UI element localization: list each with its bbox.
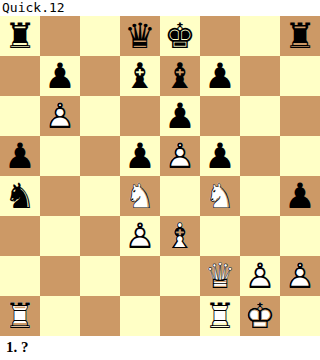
piece-white-knight: ♞♘ (120, 176, 160, 216)
square-f1[interactable]: ♜♖ (200, 296, 240, 336)
square-a3[interactable] (0, 216, 40, 256)
square-b8[interactable] (40, 16, 80, 56)
square-c1[interactable] (80, 296, 120, 336)
chess-board: ♜♛♚♜♟♝♝♟♟♙♟♟♟♟♙♟♞♞♘♞♘♟♟♙♝♗♛♕♟♙♟♙♜♖♜♖♚♔ (0, 16, 320, 336)
piece-white-bishop: ♝♗ (160, 216, 200, 256)
square-a5[interactable]: ♟ (0, 136, 40, 176)
square-e4[interactable] (160, 176, 200, 216)
square-f6[interactable] (200, 96, 240, 136)
square-a8[interactable]: ♜ (0, 16, 40, 56)
square-c5[interactable] (80, 136, 120, 176)
piece-white-pawn: ♟♙ (160, 136, 200, 176)
piece-white-pawn: ♟♙ (40, 96, 80, 136)
square-c7[interactable] (80, 56, 120, 96)
square-f8[interactable] (200, 16, 240, 56)
piece-black-pawn: ♟ (200, 136, 240, 176)
square-g3[interactable] (240, 216, 280, 256)
square-g2[interactable]: ♟♙ (240, 256, 280, 296)
square-e7[interactable]: ♝ (160, 56, 200, 96)
square-g8[interactable] (240, 16, 280, 56)
piece-black-pawn: ♟ (280, 176, 320, 216)
square-d7[interactable]: ♝ (120, 56, 160, 96)
square-h8[interactable]: ♜ (280, 16, 320, 56)
square-f5[interactable]: ♟ (200, 136, 240, 176)
square-h6[interactable] (280, 96, 320, 136)
square-b5[interactable] (40, 136, 80, 176)
white-piece-outline: ♙ (240, 256, 280, 296)
square-a7[interactable] (0, 56, 40, 96)
piece-black-queen: ♛ (120, 16, 160, 56)
square-d1[interactable] (120, 296, 160, 336)
piece-black-bishop: ♝ (120, 56, 160, 96)
square-d5[interactable]: ♟ (120, 136, 160, 176)
square-b1[interactable] (40, 296, 80, 336)
white-piece-outline: ♖ (0, 296, 40, 336)
square-g6[interactable] (240, 96, 280, 136)
square-e1[interactable] (160, 296, 200, 336)
square-g7[interactable] (240, 56, 280, 96)
square-h3[interactable] (280, 216, 320, 256)
square-e6[interactable]: ♟ (160, 96, 200, 136)
square-a1[interactable]: ♜♖ (0, 296, 40, 336)
square-h5[interactable] (280, 136, 320, 176)
square-b6[interactable]: ♟♙ (40, 96, 80, 136)
piece-white-pawn: ♟♙ (280, 256, 320, 296)
square-h1[interactable] (280, 296, 320, 336)
piece-white-queen: ♛♕ (200, 256, 240, 296)
piece-white-rook: ♜♖ (0, 296, 40, 336)
square-b2[interactable] (40, 256, 80, 296)
white-piece-outline: ♗ (160, 216, 200, 256)
square-d3[interactable]: ♟♙ (120, 216, 160, 256)
square-b3[interactable] (40, 216, 80, 256)
move-prompt: 1. ? (0, 336, 320, 360)
square-c2[interactable] (80, 256, 120, 296)
square-h4[interactable]: ♟ (280, 176, 320, 216)
puzzle-title: Quick.12 (0, 0, 320, 16)
piece-black-bishop: ♝ (160, 56, 200, 96)
piece-white-knight: ♞♘ (200, 176, 240, 216)
square-c8[interactable] (80, 16, 120, 56)
square-h7[interactable] (280, 56, 320, 96)
square-e5[interactable]: ♟♙ (160, 136, 200, 176)
chess-puzzle-window: Quick.12 ♜♛♚♜♟♝♝♟♟♙♟♟♟♟♙♟♞♞♘♞♘♟♟♙♝♗♛♕♟♙♟… (0, 0, 320, 360)
square-a6[interactable] (0, 96, 40, 136)
square-d6[interactable] (120, 96, 160, 136)
square-h2[interactable]: ♟♙ (280, 256, 320, 296)
square-e8[interactable]: ♚ (160, 16, 200, 56)
piece-white-king: ♚♔ (240, 296, 280, 336)
square-c6[interactable] (80, 96, 120, 136)
piece-black-pawn: ♟ (120, 136, 160, 176)
square-e3[interactable]: ♝♗ (160, 216, 200, 256)
white-piece-outline: ♘ (200, 176, 240, 216)
square-b4[interactable] (40, 176, 80, 216)
square-b7[interactable]: ♟ (40, 56, 80, 96)
white-piece-outline: ♔ (240, 296, 280, 336)
white-piece-outline: ♘ (120, 176, 160, 216)
white-piece-outline: ♙ (40, 96, 80, 136)
square-f4[interactable]: ♞♘ (200, 176, 240, 216)
square-c3[interactable] (80, 216, 120, 256)
square-a4[interactable]: ♞ (0, 176, 40, 216)
square-f3[interactable] (200, 216, 240, 256)
square-e2[interactable] (160, 256, 200, 296)
piece-white-rook: ♜♖ (200, 296, 240, 336)
piece-black-knight: ♞ (0, 176, 40, 216)
piece-black-pawn: ♟ (0, 136, 40, 176)
square-d4[interactable]: ♞♘ (120, 176, 160, 216)
square-a2[interactable] (0, 256, 40, 296)
square-g1[interactable]: ♚♔ (240, 296, 280, 336)
piece-white-pawn: ♟♙ (240, 256, 280, 296)
white-piece-outline: ♙ (120, 216, 160, 256)
piece-black-rook: ♜ (280, 16, 320, 56)
square-f2[interactable]: ♛♕ (200, 256, 240, 296)
piece-black-pawn: ♟ (40, 56, 80, 96)
square-g4[interactable] (240, 176, 280, 216)
square-d2[interactable] (120, 256, 160, 296)
square-c4[interactable] (80, 176, 120, 216)
white-piece-outline: ♙ (160, 136, 200, 176)
piece-black-rook: ♜ (0, 16, 40, 56)
white-piece-outline: ♙ (280, 256, 320, 296)
square-d8[interactable]: ♛ (120, 16, 160, 56)
square-g5[interactable] (240, 136, 280, 176)
white-piece-outline: ♕ (200, 256, 240, 296)
piece-black-king: ♚ (160, 16, 200, 56)
white-piece-outline: ♖ (200, 296, 240, 336)
piece-black-pawn: ♟ (160, 96, 200, 136)
piece-black-pawn: ♟ (200, 56, 240, 96)
piece-white-pawn: ♟♙ (120, 216, 160, 256)
square-f7[interactable]: ♟ (200, 56, 240, 96)
